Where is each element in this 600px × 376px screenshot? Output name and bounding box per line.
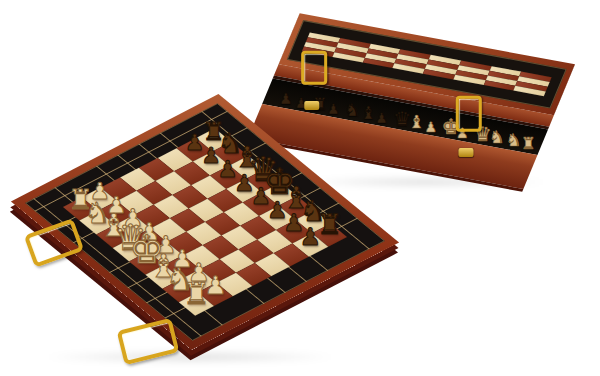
tray-piece: ♟ [327, 102, 340, 116]
tray-piece: ♟ [279, 92, 292, 107]
tray-piece: ♛ [393, 109, 411, 129]
tray-piece: ♝ [360, 104, 376, 122]
tray-piece: ♟ [376, 111, 389, 125]
tray-piece: ♞ [344, 102, 359, 119]
tray-piece: ♟ [424, 120, 437, 134]
tray-piece: ♝ [409, 113, 425, 131]
brass-handle-icon [24, 218, 84, 268]
tray-piece: ♞ [505, 132, 520, 149]
tray-piece: ♞ [489, 129, 504, 146]
latch-loop-icon [301, 51, 327, 85]
scene: ♟♟♜♟♞♝♟♛♝♟♚♟♛♞♞♜ ♜♞♝♛♚♝♞♜♟♟♟♟♟♟♟♟♟♟♟♟♟♟♟… [0, 0, 600, 376]
latch-loop-icon [456, 96, 482, 132]
tray-piece: ♜ [521, 136, 535, 152]
latch-keeper-icon [458, 148, 473, 157]
latch-keeper-icon [304, 101, 319, 110]
board-shadow [40, 350, 340, 364]
